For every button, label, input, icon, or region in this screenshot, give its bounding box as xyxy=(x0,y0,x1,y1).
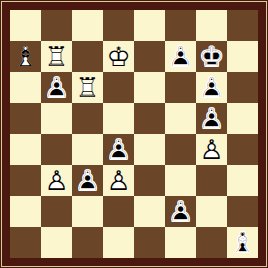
black-pawn[interactable]: ♟♙ xyxy=(103,134,134,165)
square-b2[interactable] xyxy=(41,196,72,227)
square-b6[interactable]: ♟♙ xyxy=(41,72,72,103)
square-e8[interactable] xyxy=(134,10,165,41)
black-pawn-outline: ♙ xyxy=(199,72,223,103)
square-f7[interactable]: ♟♙ xyxy=(165,41,196,72)
square-f8[interactable] xyxy=(165,10,196,41)
square-c1[interactable] xyxy=(72,227,103,258)
square-d4[interactable]: ♟♙ xyxy=(103,134,134,165)
square-a5[interactable] xyxy=(10,103,41,134)
white-rook[interactable]: ♜♖ xyxy=(41,41,72,72)
square-g2[interactable] xyxy=(196,196,227,227)
white-rook-outline: ♖ xyxy=(75,72,99,103)
white-bishop-outline: ♗ xyxy=(13,41,37,72)
black-king[interactable]: ♚♔ xyxy=(196,41,227,72)
black-pawn-outline: ♙ xyxy=(168,196,192,227)
square-d1[interactable] xyxy=(103,227,134,258)
white-rook[interactable]: ♜♖ xyxy=(72,72,103,103)
square-c7[interactable] xyxy=(72,41,103,72)
square-h4[interactable] xyxy=(227,134,258,165)
black-pawn-outline: ♙ xyxy=(75,165,99,196)
square-a3[interactable] xyxy=(10,165,41,196)
square-h5[interactable] xyxy=(227,103,258,134)
black-pawn-outline: ♙ xyxy=(106,134,130,165)
black-pawn-outline: ♙ xyxy=(199,103,223,134)
square-d7[interactable]: ♚♔ xyxy=(103,41,134,72)
square-h7[interactable] xyxy=(227,41,258,72)
black-pawn[interactable]: ♟♙ xyxy=(196,103,227,134)
square-g3[interactable] xyxy=(196,165,227,196)
white-king[interactable]: ♚♔ xyxy=(103,41,134,72)
square-e4[interactable] xyxy=(134,134,165,165)
board-frame: ♝♗♜♖♚♔♟♙♚♔♟♙♜♖♟♙♟♙♟♙♟♙♟♙♟♙♟♙♟♙♝♗ xyxy=(0,0,268,268)
square-b5[interactable] xyxy=(41,103,72,134)
square-b4[interactable] xyxy=(41,134,72,165)
square-f2[interactable]: ♟♙ xyxy=(165,196,196,227)
square-d8[interactable] xyxy=(103,10,134,41)
black-king-outline: ♔ xyxy=(199,41,223,72)
black-pawn-outline: ♙ xyxy=(44,72,68,103)
square-e7[interactable] xyxy=(134,41,165,72)
white-pawn-outline: ♙ xyxy=(44,165,68,196)
square-g4[interactable]: ♟♙ xyxy=(196,134,227,165)
square-c5[interactable] xyxy=(72,103,103,134)
square-c6[interactable]: ♜♖ xyxy=(72,72,103,103)
square-d5[interactable] xyxy=(103,103,134,134)
square-h6[interactable] xyxy=(227,72,258,103)
square-e1[interactable] xyxy=(134,227,165,258)
white-bishop[interactable]: ♝♗ xyxy=(10,41,41,72)
black-pawn[interactable]: ♟♙ xyxy=(165,196,196,227)
square-c4[interactable] xyxy=(72,134,103,165)
square-g7[interactable]: ♚♔ xyxy=(196,41,227,72)
square-c8[interactable] xyxy=(72,10,103,41)
square-g6[interactable]: ♟♙ xyxy=(196,72,227,103)
white-pawn[interactable]: ♟♙ xyxy=(41,165,72,196)
square-h8[interactable] xyxy=(227,10,258,41)
black-pawn-outline: ♙ xyxy=(168,41,192,72)
chess-board: ♝♗♜♖♚♔♟♙♚♔♟♙♜♖♟♙♟♙♟♙♟♙♟♙♟♙♟♙♟♙♝♗ xyxy=(10,10,258,258)
square-d6[interactable] xyxy=(103,72,134,103)
square-g1[interactable] xyxy=(196,227,227,258)
black-pawn[interactable]: ♟♙ xyxy=(72,165,103,196)
square-a6[interactable] xyxy=(10,72,41,103)
square-f1[interactable] xyxy=(165,227,196,258)
black-pawn[interactable]: ♟♙ xyxy=(41,72,72,103)
square-e5[interactable] xyxy=(134,103,165,134)
square-h1[interactable]: ♝♗ xyxy=(227,227,258,258)
square-e2[interactable] xyxy=(134,196,165,227)
square-h2[interactable] xyxy=(227,196,258,227)
white-pawn[interactable]: ♟♙ xyxy=(196,134,227,165)
square-f5[interactable] xyxy=(165,103,196,134)
square-f4[interactable] xyxy=(165,134,196,165)
square-b1[interactable] xyxy=(41,227,72,258)
square-f3[interactable] xyxy=(165,165,196,196)
square-a8[interactable] xyxy=(10,10,41,41)
square-a4[interactable] xyxy=(10,134,41,165)
square-g5[interactable]: ♟♙ xyxy=(196,103,227,134)
white-pawn-outline: ♙ xyxy=(106,165,130,196)
white-rook-outline: ♖ xyxy=(44,41,68,72)
square-b7[interactable]: ♜♖ xyxy=(41,41,72,72)
black-bishop[interactable]: ♝♗ xyxy=(227,227,258,258)
square-b3[interactable]: ♟♙ xyxy=(41,165,72,196)
black-pawn[interactable]: ♟♙ xyxy=(165,41,196,72)
square-h3[interactable] xyxy=(227,165,258,196)
black-pawn[interactable]: ♟♙ xyxy=(196,72,227,103)
square-e3[interactable] xyxy=(134,165,165,196)
square-g8[interactable] xyxy=(196,10,227,41)
square-d2[interactable] xyxy=(103,196,134,227)
square-b8[interactable] xyxy=(41,10,72,41)
square-a7[interactable]: ♝♗ xyxy=(10,41,41,72)
white-pawn[interactable]: ♟♙ xyxy=(103,165,134,196)
square-a1[interactable] xyxy=(10,227,41,258)
square-c3[interactable]: ♟♙ xyxy=(72,165,103,196)
square-d3[interactable]: ♟♙ xyxy=(103,165,134,196)
square-a2[interactable] xyxy=(10,196,41,227)
white-king-outline: ♔ xyxy=(106,41,130,72)
white-pawn-outline: ♙ xyxy=(199,134,223,165)
black-bishop-outline: ♗ xyxy=(230,227,254,258)
square-c2[interactable] xyxy=(72,196,103,227)
square-e6[interactable] xyxy=(134,72,165,103)
square-f6[interactable] xyxy=(165,72,196,103)
